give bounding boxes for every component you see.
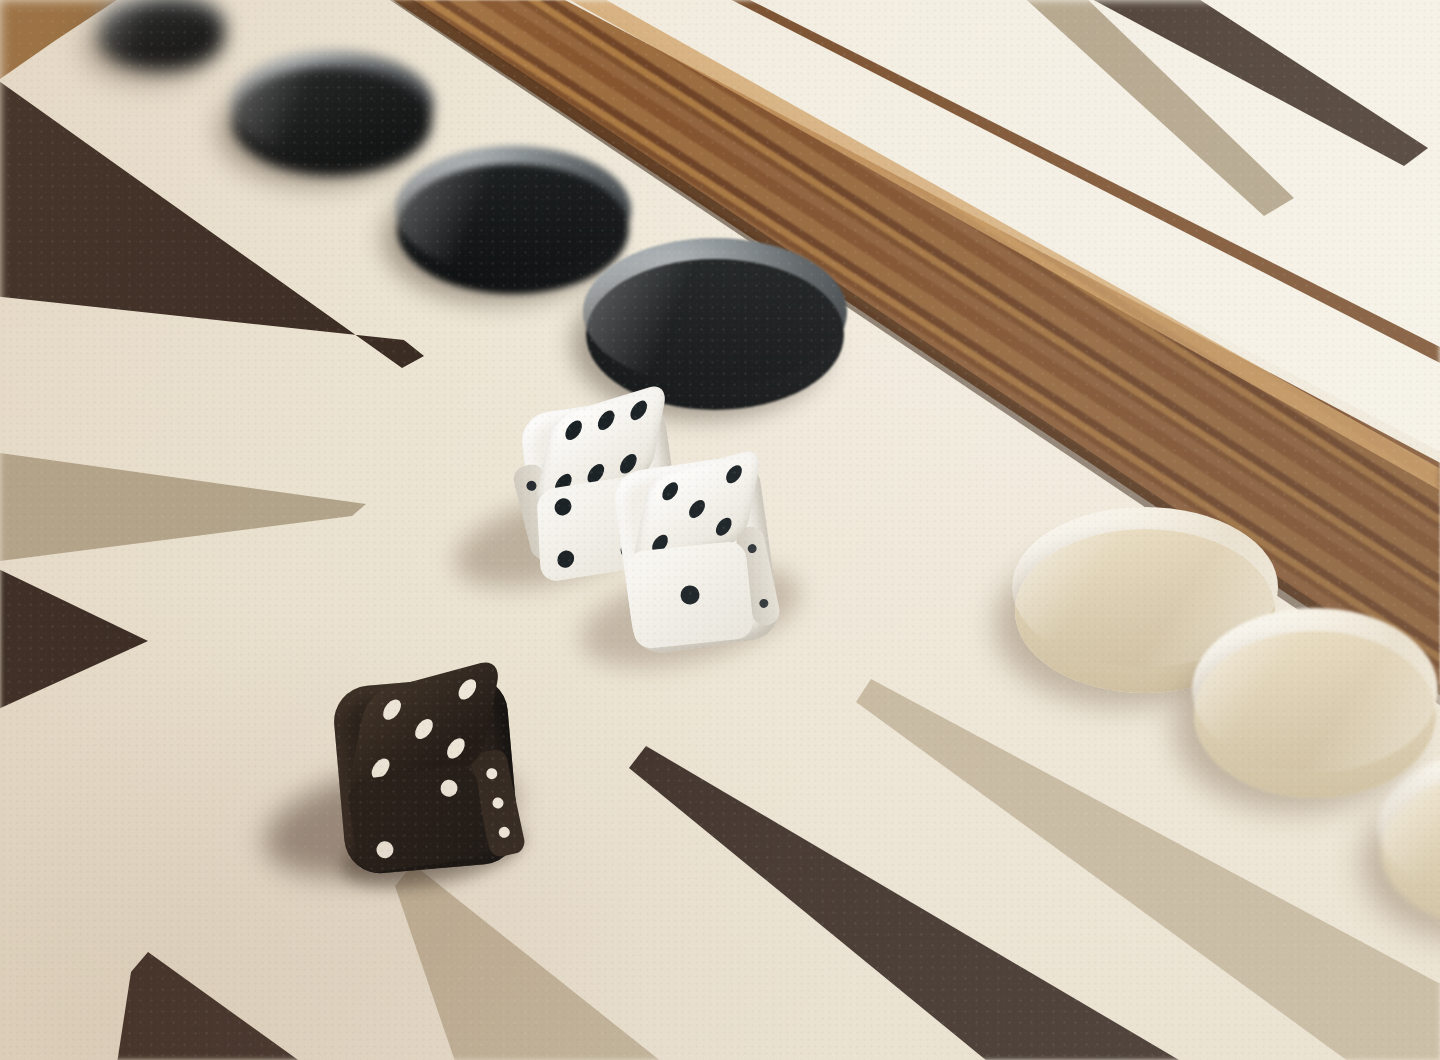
die-pip [596, 408, 616, 432]
die-pip [413, 717, 434, 741]
die-pip [758, 598, 769, 609]
die-pip [629, 398, 649, 422]
die-pip [485, 767, 498, 780]
die-front-face [625, 540, 755, 650]
die-pip [554, 497, 572, 517]
backgammon-photo-scene [0, 0, 1440, 1060]
die-pip [440, 778, 459, 797]
die-pip [491, 796, 504, 809]
die-pip [525, 480, 537, 492]
die-pip [688, 498, 707, 520]
die-pip [714, 516, 733, 538]
white-checker[interactable] [1192, 608, 1438, 772]
checker-sheen [1192, 608, 1438, 772]
die-pip [556, 549, 574, 569]
die-front-face [346, 763, 488, 874]
white-die-right[interactable] [618, 460, 772, 652]
die-pip [725, 463, 744, 485]
die-pip [680, 585, 701, 606]
die-pip [564, 418, 584, 442]
die-pip [498, 826, 511, 839]
black-die[interactable] [336, 676, 516, 876]
die-pip [445, 737, 466, 761]
die-pip [457, 677, 478, 701]
die-pip [375, 841, 394, 860]
die-pip [381, 697, 402, 721]
die-pip [747, 543, 758, 554]
die-pip [661, 480, 680, 502]
